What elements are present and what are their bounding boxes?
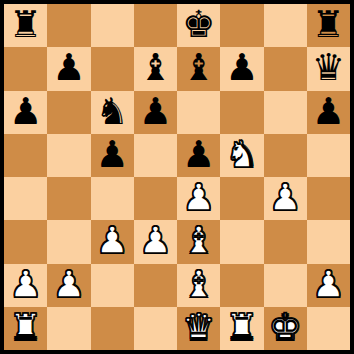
square-e4[interactable]: ♟ [177, 177, 220, 220]
square-d8[interactable] [134, 4, 177, 47]
square-c7[interactable] [91, 47, 134, 90]
piece-white-pawn[interactable]: ♟ [9, 266, 42, 303]
square-e5[interactable]: ♟ [177, 134, 220, 177]
square-d4[interactable] [134, 177, 177, 220]
square-g6[interactable] [264, 91, 307, 134]
square-h3[interactable] [307, 220, 350, 263]
square-f5[interactable]: ♞ [220, 134, 263, 177]
chess-board: ♜♚♜♟♝♝♟♛♟♞♟♟♟♟♞♟♟♟♟♝♟♟♝♟♜♛♜♚ [4, 4, 350, 350]
square-h6[interactable]: ♟ [307, 91, 350, 134]
square-h4[interactable] [307, 177, 350, 220]
piece-black-rook[interactable]: ♜ [312, 6, 345, 43]
square-h2[interactable]: ♟ [307, 264, 350, 307]
piece-white-pawn[interactable]: ♟ [312, 266, 345, 303]
square-d2[interactable] [134, 264, 177, 307]
square-b1[interactable] [47, 307, 90, 350]
square-e7[interactable]: ♝ [177, 47, 220, 90]
square-f8[interactable] [220, 4, 263, 47]
square-c3[interactable]: ♟ [91, 220, 134, 263]
square-f1[interactable]: ♜ [220, 307, 263, 350]
piece-black-pawn[interactable]: ♟ [139, 93, 172, 130]
piece-black-knight[interactable]: ♞ [96, 93, 129, 130]
square-h5[interactable] [307, 134, 350, 177]
square-a4[interactable] [4, 177, 47, 220]
square-c8[interactable] [91, 4, 134, 47]
piece-black-pawn[interactable]: ♟ [9, 93, 42, 130]
piece-white-pawn[interactable]: ♟ [182, 179, 215, 216]
piece-black-pawn[interactable]: ♟ [225, 49, 258, 86]
square-a6[interactable]: ♟ [4, 91, 47, 134]
square-g1[interactable]: ♚ [264, 307, 307, 350]
square-g2[interactable] [264, 264, 307, 307]
piece-black-bishop[interactable]: ♝ [182, 49, 215, 86]
square-e8[interactable]: ♚ [177, 4, 220, 47]
square-d7[interactable]: ♝ [134, 47, 177, 90]
square-h8[interactable]: ♜ [307, 4, 350, 47]
square-c5[interactable]: ♟ [91, 134, 134, 177]
square-b6[interactable] [47, 91, 90, 134]
square-a7[interactable] [4, 47, 47, 90]
square-b3[interactable] [47, 220, 90, 263]
square-g3[interactable] [264, 220, 307, 263]
square-c6[interactable]: ♞ [91, 91, 134, 134]
square-d3[interactable]: ♟ [134, 220, 177, 263]
square-a8[interactable]: ♜ [4, 4, 47, 47]
square-b2[interactable]: ♟ [47, 264, 90, 307]
square-e3[interactable]: ♝ [177, 220, 220, 263]
piece-black-king[interactable]: ♚ [182, 6, 215, 43]
piece-black-rook[interactable]: ♜ [9, 6, 42, 43]
square-h1[interactable] [307, 307, 350, 350]
square-a3[interactable] [4, 220, 47, 263]
square-e2[interactable]: ♝ [177, 264, 220, 307]
chess-board-frame: ♜♚♜♟♝♝♟♛♟♞♟♟♟♟♞♟♟♟♟♝♟♟♝♟♜♛♜♚ [0, 0, 354, 354]
piece-white-pawn[interactable]: ♟ [269, 179, 302, 216]
square-h7[interactable]: ♛ [307, 47, 350, 90]
square-b8[interactable] [47, 4, 90, 47]
square-g8[interactable] [264, 4, 307, 47]
square-d5[interactable] [134, 134, 177, 177]
square-d6[interactable]: ♟ [134, 91, 177, 134]
square-d1[interactable] [134, 307, 177, 350]
square-e6[interactable] [177, 91, 220, 134]
square-c1[interactable] [91, 307, 134, 350]
piece-white-rook[interactable]: ♜ [9, 309, 42, 346]
piece-black-bishop[interactable]: ♝ [139, 49, 172, 86]
piece-white-king[interactable]: ♚ [269, 309, 302, 346]
square-f7[interactable]: ♟ [220, 47, 263, 90]
piece-black-pawn[interactable]: ♟ [182, 136, 215, 173]
square-e1[interactable]: ♛ [177, 307, 220, 350]
piece-black-pawn[interactable]: ♟ [96, 136, 129, 173]
piece-white-pawn[interactable]: ♟ [96, 222, 129, 259]
square-c4[interactable] [91, 177, 134, 220]
square-g5[interactable] [264, 134, 307, 177]
piece-white-bishop[interactable]: ♝ [182, 266, 215, 303]
piece-white-bishop[interactable]: ♝ [182, 222, 215, 259]
square-g7[interactable] [264, 47, 307, 90]
square-c2[interactable] [91, 264, 134, 307]
piece-white-pawn[interactable]: ♟ [139, 222, 172, 259]
piece-white-knight[interactable]: ♞ [225, 136, 258, 173]
square-b7[interactable]: ♟ [47, 47, 90, 90]
square-f6[interactable] [220, 91, 263, 134]
square-b5[interactable] [47, 134, 90, 177]
piece-black-pawn[interactable]: ♟ [312, 93, 345, 130]
square-g4[interactable]: ♟ [264, 177, 307, 220]
square-a1[interactable]: ♜ [4, 307, 47, 350]
piece-black-queen[interactable]: ♛ [312, 49, 345, 86]
square-f2[interactable] [220, 264, 263, 307]
square-f3[interactable] [220, 220, 263, 263]
square-b4[interactable] [47, 177, 90, 220]
piece-black-pawn[interactable]: ♟ [52, 49, 85, 86]
square-f4[interactable] [220, 177, 263, 220]
piece-white-queen[interactable]: ♛ [182, 309, 215, 346]
piece-white-pawn[interactable]: ♟ [52, 266, 85, 303]
square-a2[interactable]: ♟ [4, 264, 47, 307]
piece-white-rook[interactable]: ♜ [225, 309, 258, 346]
square-a5[interactable] [4, 134, 47, 177]
